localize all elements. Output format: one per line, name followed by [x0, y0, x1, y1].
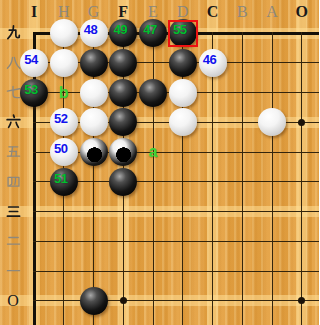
- black-stone[interactable]: [109, 168, 137, 196]
- grid-line-horizontal: [33, 300, 320, 301]
- move-number: 53: [17, 76, 45, 104]
- move-number: 52: [47, 105, 75, 133]
- cjk-numeral-glyph: [6, 25, 21, 40]
- cjk-numeral-glyph: [6, 233, 21, 248]
- white-stone[interactable]: [169, 79, 197, 107]
- row-label: [4, 204, 22, 220]
- white-stone[interactable]: [50, 49, 78, 77]
- black-stone[interactable]: [109, 138, 137, 166]
- star-point: [298, 119, 305, 126]
- grid-line-vertical: [272, 32, 273, 325]
- move-number: 54: [17, 46, 45, 74]
- move-number: 55: [166, 16, 194, 44]
- white-stone[interactable]: 48: [80, 19, 108, 47]
- move-number: 46: [196, 46, 224, 74]
- grid-line-horizontal: [33, 211, 320, 212]
- white-stone[interactable]: 54: [20, 49, 48, 77]
- move-number: 48: [77, 16, 105, 44]
- black-stone[interactable]: [80, 49, 108, 77]
- row-label: [4, 263, 22, 279]
- white-stone[interactable]: 50: [50, 138, 78, 166]
- black-stone[interactable]: [80, 138, 108, 166]
- row-label: [4, 114, 22, 130]
- move-number: 47: [136, 16, 164, 44]
- cjk-numeral-glyph: [6, 144, 21, 159]
- cjk-numeral-glyph: [6, 204, 21, 219]
- black-stone[interactable]: 55: [169, 19, 197, 47]
- black-stone[interactable]: 53: [20, 79, 48, 107]
- grid-line-vertical: [301, 32, 302, 325]
- black-stone[interactable]: [109, 49, 137, 77]
- variation-label-a[interactable]: a: [139, 138, 167, 166]
- black-stone[interactable]: [139, 79, 167, 107]
- white-stone[interactable]: 52: [50, 108, 78, 136]
- grid-line-vertical: [242, 32, 243, 325]
- grid-line-horizontal: [33, 271, 320, 272]
- black-stone[interactable]: [80, 287, 108, 315]
- white-stone[interactable]: [80, 108, 108, 136]
- move-number: 51: [47, 165, 75, 193]
- white-stone[interactable]: [258, 108, 286, 136]
- black-stone[interactable]: 47: [139, 19, 167, 47]
- cjk-numeral-glyph: [6, 114, 21, 129]
- move-number: 49: [106, 16, 134, 44]
- move-number: 50: [47, 135, 75, 163]
- go-board[interactable]: IHGFEDCBAOO48494755544653525051ab: [0, 0, 319, 325]
- grid-line-horizontal: [33, 241, 320, 242]
- row-label: [4, 25, 22, 41]
- row-label: [4, 174, 22, 190]
- row-label: [4, 233, 22, 249]
- star-point: [120, 297, 127, 304]
- white-stone[interactable]: [50, 19, 78, 47]
- row-label: O: [4, 293, 22, 309]
- column-label: B: [230, 3, 254, 21]
- black-stone[interactable]: [109, 108, 137, 136]
- white-stone[interactable]: 46: [199, 49, 227, 77]
- cjk-numeral-glyph: [6, 263, 21, 278]
- column-label: O: [290, 3, 314, 21]
- black-stone[interactable]: [109, 79, 137, 107]
- black-stone[interactable]: [169, 49, 197, 77]
- grid-line-vertical: [153, 32, 154, 325]
- cjk-numeral-glyph: [6, 174, 21, 189]
- star-point: [298, 297, 305, 304]
- white-stone[interactable]: [80, 79, 108, 107]
- black-stone[interactable]: 49: [109, 19, 137, 47]
- column-label: C: [201, 3, 225, 21]
- black-stone[interactable]: 51: [50, 168, 78, 196]
- column-label: A: [260, 3, 284, 21]
- row-label: [4, 144, 22, 160]
- white-stone[interactable]: [169, 108, 197, 136]
- column-label: I: [22, 3, 46, 21]
- variation-label-b[interactable]: b: [50, 79, 78, 107]
